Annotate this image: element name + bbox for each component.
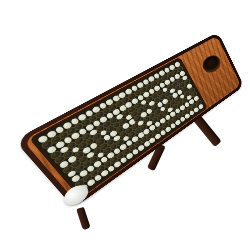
light-jade-stone	[198, 104, 204, 110]
massage-table-top	[14, 32, 244, 208]
product-photo-scene	[0, 0, 250, 250]
table-leg-foot-side	[76, 207, 90, 230]
